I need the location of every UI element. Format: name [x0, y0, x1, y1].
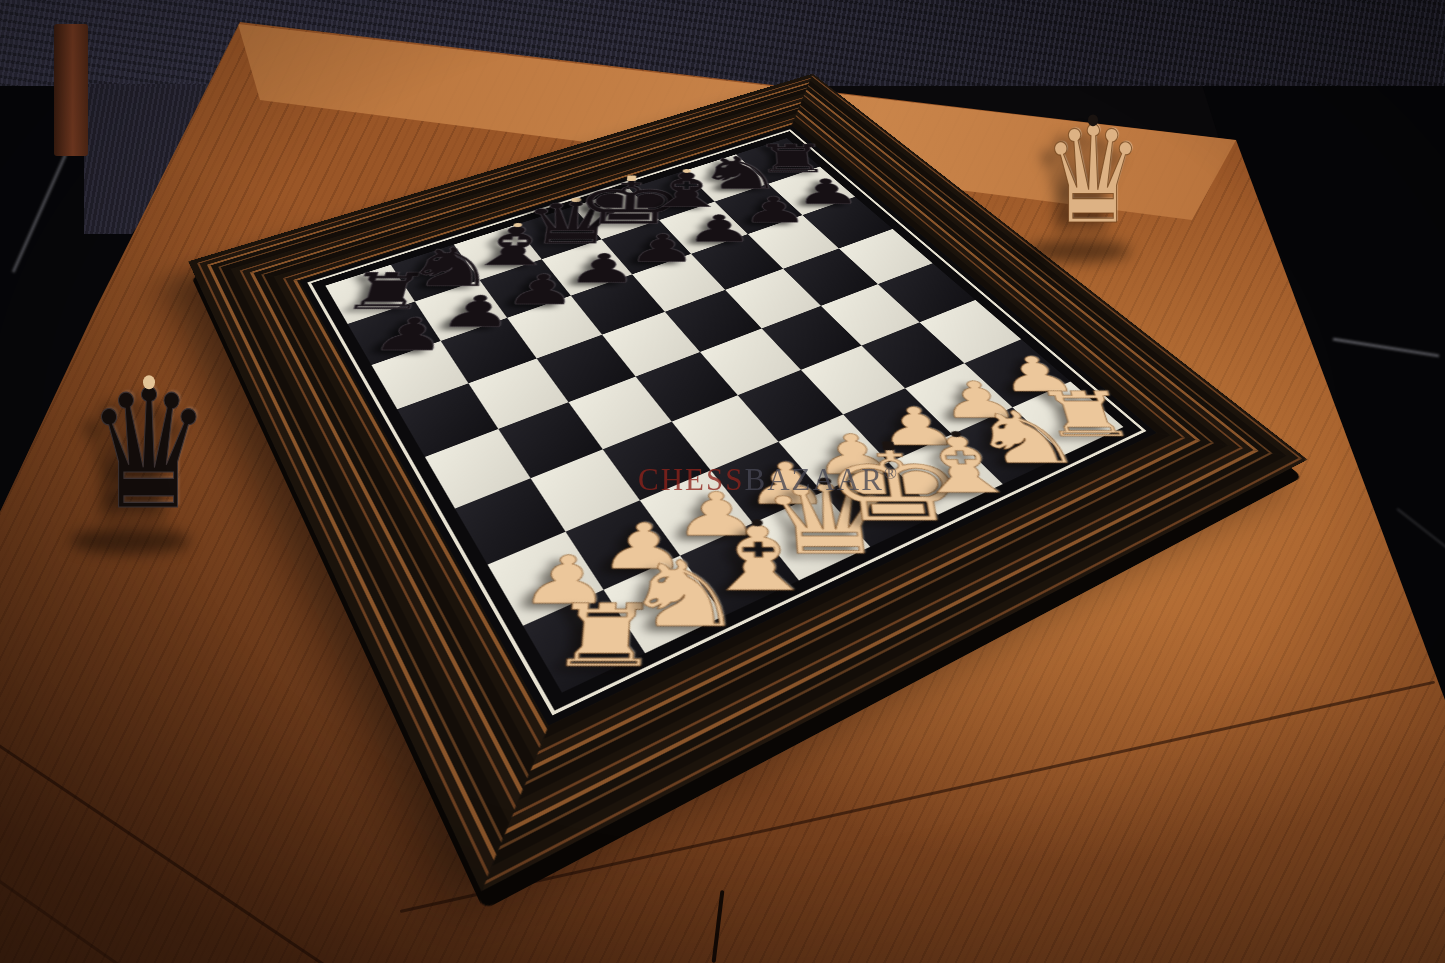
table-crack [712, 890, 725, 963]
table-plank-seam [0, 738, 331, 963]
watermark-chess: CHESS [638, 462, 744, 497]
black-pawn: ♟ [367, 313, 454, 358]
extra-white-queen: ♛ [1042, 109, 1144, 244]
chair-leg [54, 24, 88, 156]
extra-black-queen: ♛ [86, 368, 212, 533]
chessbazaar-watermark: CHESSBAZAAR® [638, 462, 899, 498]
product-photo-scene: ♜♞♝♛♚♝♞♜♟♟♟♟♟♟♟♟♟♟♟♟♟♟♟♟♜♞♝♛♚♝♞♜ ♛ ♛ CHE… [0, 0, 1445, 963]
table-plank-seam [0, 876, 126, 963]
watermark-bazaar: BAZAAR [744, 462, 883, 497]
registered-trademark-icon: ® [884, 464, 899, 483]
